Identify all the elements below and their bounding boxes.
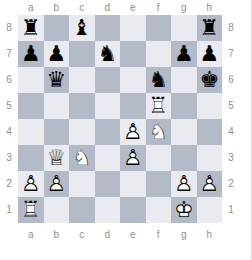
- piece-white-pawn[interactable]: ♟♙: [44, 171, 70, 197]
- piece-black-knight[interactable]: ♞: [95, 41, 121, 67]
- square-b3[interactable]: ♛♕: [44, 145, 70, 171]
- square-f1[interactable]: [146, 197, 172, 223]
- square-c8[interactable]: ♝: [69, 15, 95, 41]
- piece-white-pawn[interactable]: ♟♙: [197, 171, 223, 197]
- square-h7[interactable]: ♟: [197, 41, 223, 67]
- rank-label-3: 3: [0, 145, 18, 171]
- rank-label-7: 7: [0, 41, 18, 67]
- square-g2[interactable]: ♟♙: [171, 171, 197, 197]
- rank-label-6: 6: [0, 67, 18, 93]
- piece-black-pawn[interactable]: ♟: [44, 41, 70, 67]
- square-b4[interactable]: [44, 119, 70, 145]
- file-label-e: e: [120, 0, 146, 15]
- square-d4[interactable]: [95, 119, 121, 145]
- square-e1[interactable]: [120, 197, 146, 223]
- piece-white-pawn[interactable]: ♟♙: [120, 119, 146, 145]
- square-d3[interactable]: [95, 145, 121, 171]
- square-g5[interactable]: [171, 93, 197, 119]
- square-d5[interactable]: [95, 93, 121, 119]
- square-a3[interactable]: [18, 145, 44, 171]
- square-g7[interactable]: ♟: [171, 41, 197, 67]
- rank-label-6: 6: [222, 67, 240, 93]
- square-h5[interactable]: [197, 93, 223, 119]
- rank-label-5: 5: [222, 93, 240, 119]
- rank-label-8: 8: [0, 15, 18, 41]
- piece-black-rook[interactable]: ♜: [197, 15, 223, 41]
- square-g3[interactable]: [171, 145, 197, 171]
- piece-black-pawn[interactable]: ♟: [18, 41, 44, 67]
- square-f5[interactable]: ♜♖: [146, 93, 172, 119]
- piece-white-knight[interactable]: ♞♘: [69, 145, 95, 171]
- square-h6[interactable]: ♚: [197, 67, 223, 93]
- file-label-h: h: [197, 226, 223, 244]
- piece-white-pawn[interactable]: ♟♙: [18, 171, 44, 197]
- square-a1[interactable]: ♜♖: [18, 197, 44, 223]
- rank-label-3: 3: [222, 145, 240, 171]
- square-b2[interactable]: ♟♙: [44, 171, 70, 197]
- file-label-h: h: [197, 0, 223, 15]
- square-b8[interactable]: [44, 15, 70, 41]
- square-e5[interactable]: [120, 93, 146, 119]
- file-label-d: d: [95, 0, 121, 15]
- file-label-b: b: [44, 0, 70, 15]
- square-a6[interactable]: [18, 67, 44, 93]
- rank-labels-right: 87654321: [222, 15, 240, 223]
- piece-black-bishop[interactable]: ♝: [69, 15, 95, 41]
- file-label-g: g: [171, 226, 197, 244]
- square-b5[interactable]: [44, 93, 70, 119]
- square-g8[interactable]: [171, 15, 197, 41]
- piece-black-knight[interactable]: ♞: [146, 67, 172, 93]
- file-label-g: g: [171, 0, 197, 15]
- square-d7[interactable]: ♞: [95, 41, 121, 67]
- piece-white-pawn[interactable]: ♟♙: [120, 145, 146, 171]
- square-g6[interactable]: [171, 67, 197, 93]
- square-c3[interactable]: ♞♘: [69, 145, 95, 171]
- rank-labels-left: 87654321: [0, 15, 18, 223]
- square-c2[interactable]: [69, 171, 95, 197]
- square-c7[interactable]: [69, 41, 95, 67]
- rank-label-4: 4: [222, 119, 240, 145]
- square-e3[interactable]: ♟♙: [120, 145, 146, 171]
- piece-white-rook[interactable]: ♜♖: [18, 197, 44, 223]
- square-b7[interactable]: ♟: [44, 41, 70, 67]
- rank-label-7: 7: [222, 41, 240, 67]
- square-h1[interactable]: [197, 197, 223, 223]
- square-b1[interactable]: [44, 197, 70, 223]
- square-h3[interactable]: [197, 145, 223, 171]
- chess-diagram: abcdefgh 87654321 ♜♝♜♟♟♞♟♟♛♞♚♜♖♟♙♞♘♛♕♞♘♟…: [0, 0, 252, 260]
- rank-label-1: 1: [222, 197, 240, 223]
- square-a4[interactable]: [18, 119, 44, 145]
- file-label-f: f: [146, 0, 172, 15]
- square-h2[interactable]: ♟♙: [197, 171, 223, 197]
- square-a7[interactable]: ♟: [18, 41, 44, 67]
- square-b6[interactable]: ♛: [44, 67, 70, 93]
- piece-white-king[interactable]: ♚♔: [171, 197, 197, 223]
- file-label-c: c: [69, 226, 95, 244]
- piece-white-pawn[interactable]: ♟♙: [171, 171, 197, 197]
- piece-black-rook[interactable]: ♜: [18, 15, 44, 41]
- rank-label-1: 1: [0, 197, 18, 223]
- file-label-a: a: [18, 226, 44, 244]
- square-f8[interactable]: [146, 15, 172, 41]
- piece-white-rook[interactable]: ♜♖: [146, 93, 172, 119]
- chess-board: ♜♝♜♟♟♞♟♟♛♞♚♜♖♟♙♞♘♛♕♞♘♟♙♟♙♟♙♟♙♟♙♜♖♚♔: [18, 15, 222, 223]
- file-label-a: a: [18, 0, 44, 15]
- piece-black-pawn[interactable]: ♟: [197, 41, 223, 67]
- rank-label-5: 5: [0, 93, 18, 119]
- square-a8[interactable]: ♜: [18, 15, 44, 41]
- square-e8[interactable]: [120, 15, 146, 41]
- piece-black-queen[interactable]: ♛: [44, 67, 70, 93]
- square-e2[interactable]: [120, 171, 146, 197]
- piece-black-king[interactable]: ♚: [197, 67, 223, 93]
- square-a5[interactable]: [18, 93, 44, 119]
- square-f6[interactable]: ♞: [146, 67, 172, 93]
- rank-label-2: 2: [222, 171, 240, 197]
- square-d2[interactable]: [95, 171, 121, 197]
- square-h8[interactable]: ♜: [197, 15, 223, 41]
- square-g1[interactable]: ♚♔: [171, 197, 197, 223]
- piece-white-knight[interactable]: ♞♘: [146, 119, 172, 145]
- file-label-d: d: [95, 226, 121, 244]
- piece-white-queen[interactable]: ♛♕: [44, 145, 70, 171]
- square-d6[interactable]: [95, 67, 121, 93]
- square-d1[interactable]: [95, 197, 121, 223]
- board-middle-band: 87654321 ♜♝♜♟♟♞♟♟♛♞♚♜♖♟♙♞♘♛♕♞♘♟♙♟♙♟♙♟♙♟♙…: [0, 15, 251, 223]
- square-c6[interactable]: [69, 67, 95, 93]
- file-label-b: b: [44, 226, 70, 244]
- square-f2[interactable]: [146, 171, 172, 197]
- square-f4[interactable]: ♞♘: [146, 119, 172, 145]
- piece-black-pawn[interactable]: ♟: [171, 41, 197, 67]
- rank-label-4: 4: [0, 119, 18, 145]
- square-e7[interactable]: [120, 41, 146, 67]
- square-f3[interactable]: [146, 145, 172, 171]
- file-label-e: e: [120, 226, 146, 244]
- square-h4[interactable]: [197, 119, 223, 145]
- square-f7[interactable]: [146, 41, 172, 67]
- square-e4[interactable]: ♟♙: [120, 119, 146, 145]
- square-e6[interactable]: [120, 67, 146, 93]
- square-d8[interactable]: [95, 15, 121, 41]
- square-a2[interactable]: ♟♙: [18, 171, 44, 197]
- square-g4[interactable]: [171, 119, 197, 145]
- file-labels-top: abcdefgh: [18, 0, 251, 15]
- rank-label-2: 2: [0, 171, 18, 197]
- square-c1[interactable]: [69, 197, 95, 223]
- file-label-f: f: [146, 226, 172, 244]
- file-labels-bottom: abcdefgh: [18, 223, 251, 244]
- square-c4[interactable]: [69, 119, 95, 145]
- rank-label-8: 8: [222, 15, 240, 41]
- square-c5[interactable]: [69, 93, 95, 119]
- file-label-c: c: [69, 0, 95, 15]
